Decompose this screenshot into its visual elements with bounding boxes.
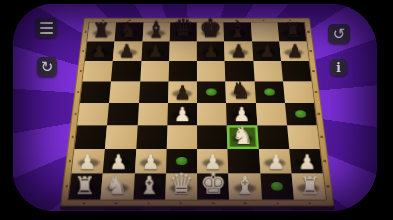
square-e7[interactable]: ♟ <box>197 41 225 61</box>
black-knight-f5[interactable]: ♞ <box>226 79 255 102</box>
piece-shadow <box>257 49 276 56</box>
square-e6[interactable] <box>197 61 226 82</box>
rotate-board-button[interactable]: ↻ <box>37 57 57 77</box>
frame-stud <box>276 202 279 204</box>
square-a4[interactable] <box>77 103 109 125</box>
piece-shadow <box>138 184 160 193</box>
piece-shadow <box>229 49 248 56</box>
frame-stud <box>84 31 87 33</box>
white-queen-d1[interactable]: ♛ <box>165 170 197 199</box>
square-g8[interactable] <box>250 23 279 42</box>
square-f8[interactable]: ♝ <box>224 23 252 42</box>
square-a8[interactable]: ♜ <box>87 23 116 42</box>
square-e2[interactable]: ♟ <box>197 149 228 174</box>
frame-stud <box>68 160 71 162</box>
square-f6[interactable] <box>225 61 254 82</box>
square-a7[interactable]: ♟ <box>85 41 115 61</box>
square-d5[interactable]: ♟ <box>168 82 197 103</box>
frame-stud <box>320 136 323 138</box>
frame-stud <box>102 20 104 22</box>
frame-stud <box>74 113 77 115</box>
frame-stud <box>323 160 326 162</box>
square-c7[interactable]: ♟ <box>141 41 170 61</box>
square-c5[interactable] <box>139 82 169 103</box>
piece-shadow <box>230 90 250 97</box>
piece-shadow <box>147 30 166 36</box>
legal-move-dot-h4[interactable] <box>295 110 307 117</box>
square-a2[interactable]: ♟ <box>72 149 106 174</box>
square-e5[interactable] <box>197 82 226 103</box>
frame-stud <box>182 20 184 22</box>
square-h3[interactable] <box>287 125 320 149</box>
piece-shadow <box>282 30 301 36</box>
board-frame: ♜♞♝♛♚♝♜♟♟♟♟♟♟♟♟♞♟♟♞♟♟♟♟♟♟♜♞♝♛♚♝♜ <box>60 18 335 207</box>
square-h7[interactable]: ♟ <box>279 41 309 61</box>
square-a1[interactable]: ♜ <box>69 174 103 200</box>
frame-stud <box>79 70 82 72</box>
piece-shadow <box>172 112 192 120</box>
piece-shadow <box>284 49 304 56</box>
frame-stud <box>307 31 310 33</box>
chess-board-grid: ♜♞♝♛♚♝♜♟♟♟♟♟♟♟♟♞♟♟♞♟♟♟♟♟♟♜♞♝♛♚♝♜ <box>69 23 326 200</box>
piece-shadow <box>201 30 220 36</box>
square-d8[interactable]: ♛ <box>169 23 196 42</box>
piece-shadow <box>202 184 224 193</box>
square-g6[interactable] <box>253 61 283 82</box>
white-pawn-f4[interactable]: ♟ <box>227 105 257 124</box>
frame-stud <box>209 20 211 22</box>
white-knight-b1[interactable]: ♞ <box>101 173 133 198</box>
square-h1[interactable]: ♜ <box>291 174 326 200</box>
info-button[interactable]: i <box>330 59 347 76</box>
piece-shadow <box>74 184 97 193</box>
square-c3[interactable] <box>136 125 167 149</box>
frame-stud <box>155 20 157 22</box>
frame-stud <box>308 202 311 204</box>
info-icon: i <box>336 62 341 74</box>
rotate-icon: ↻ <box>41 60 54 75</box>
phone-frame: ♜♞♝♛♚♝♜♟♟♟♟♟♟♟♟♞♟♟♞♟♟♟♟♟♟♜♞♝♛♚♝♜ ↻ ↺ i <box>0 0 393 220</box>
square-f1[interactable]: ♝ <box>229 174 262 200</box>
square-b2[interactable]: ♟ <box>103 149 136 174</box>
frame-stud <box>314 91 317 93</box>
legal-move-dot-g5[interactable] <box>264 89 275 96</box>
square-e1[interactable]: ♚ <box>197 174 229 200</box>
undo-button[interactable]: ↺ <box>328 24 350 44</box>
square-e8[interactable]: ♚ <box>197 23 224 42</box>
frame-stud <box>326 185 329 187</box>
frame-stud <box>82 50 85 52</box>
chess-board-3d: ♜♞♝♛♚♝♜♟♟♟♟♟♟♟♟♞♟♟♞♟♟♟♟♟♟♜♞♝♛♚♝♜ <box>60 18 335 207</box>
piece-shadow <box>297 184 320 193</box>
square-g3[interactable] <box>257 125 289 149</box>
square-b5[interactable] <box>109 82 140 103</box>
white-pawn-d4[interactable]: ♟ <box>167 105 197 124</box>
square-h2[interactable]: ♟ <box>289 149 323 174</box>
black-bishop-f8[interactable]: ♝ <box>224 19 251 41</box>
menu-button[interactable] <box>35 18 57 38</box>
square-c4[interactable] <box>137 103 168 125</box>
frame-stud <box>312 70 315 72</box>
square-d4[interactable]: ♟ <box>167 103 197 125</box>
piece-shadow <box>140 159 162 167</box>
square-f4[interactable]: ♟ <box>226 103 257 125</box>
square-d1[interactable]: ♛ <box>165 174 197 200</box>
piece-shadow <box>90 49 110 56</box>
frame-stud <box>289 20 291 22</box>
square-h6[interactable] <box>281 61 312 82</box>
square-h4[interactable] <box>285 103 317 125</box>
piece-shadow <box>118 49 137 56</box>
square-g4[interactable] <box>256 103 287 125</box>
piece-shadow <box>170 184 192 193</box>
frame-stud <box>115 202 118 204</box>
frame-stud <box>309 50 312 52</box>
square-d6[interactable] <box>168 61 197 82</box>
hamburger-icon <box>40 22 53 24</box>
piece-shadow <box>146 49 165 56</box>
piece-shadow <box>108 159 130 167</box>
square-a3[interactable] <box>75 125 108 149</box>
black-knight-b8[interactable]: ♞ <box>115 19 142 41</box>
square-b7[interactable]: ♟ <box>113 41 142 61</box>
square-c6[interactable] <box>140 61 169 82</box>
piece-shadow <box>228 30 247 36</box>
square-a6[interactable] <box>83 61 113 82</box>
frame-stud <box>82 202 85 204</box>
square-d2[interactable] <box>166 149 197 174</box>
square-e4[interactable] <box>197 103 227 125</box>
undo-icon: ↺ <box>333 27 346 42</box>
hamburger-icon <box>40 32 53 34</box>
square-g1[interactable] <box>260 174 294 200</box>
piece-shadow <box>92 30 111 36</box>
piece-shadow <box>232 135 253 143</box>
square-e3[interactable] <box>197 125 228 149</box>
frame-stud <box>179 202 182 204</box>
square-h5[interactable] <box>283 82 314 103</box>
square-h8[interactable]: ♜ <box>277 23 306 42</box>
frame-stud <box>212 202 215 204</box>
frame-stud <box>147 202 150 204</box>
piece-shadow <box>234 184 256 193</box>
frame-stud <box>235 20 237 22</box>
white-bishop-c1[interactable]: ♝ <box>133 173 165 198</box>
white-bishop-f1[interactable]: ♝ <box>229 173 261 198</box>
square-b4[interactable] <box>107 103 138 125</box>
square-g2[interactable]: ♟ <box>258 149 291 174</box>
frame-stud <box>317 113 320 115</box>
square-c2[interactable]: ♟ <box>134 149 166 174</box>
legal-move-dot-e5[interactable] <box>206 89 217 96</box>
square-f3[interactable]: ♞ <box>227 125 258 149</box>
piece-shadow <box>201 49 220 56</box>
square-b6[interactable] <box>111 61 141 82</box>
frame-stud <box>262 20 264 22</box>
hamburger-icon <box>40 27 53 29</box>
legal-move-dot-d2[interactable] <box>176 157 188 165</box>
square-d3[interactable] <box>166 125 197 149</box>
piece-shadow <box>77 159 99 167</box>
square-c8[interactable]: ♝ <box>142 23 170 42</box>
square-f7[interactable]: ♟ <box>224 41 253 61</box>
piece-shadow <box>202 159 223 167</box>
piece-shadow <box>119 30 138 36</box>
frame-stud <box>77 91 80 93</box>
square-g7[interactable]: ♟ <box>252 41 281 61</box>
square-f2[interactable] <box>228 149 260 174</box>
piece-shadow <box>174 30 193 36</box>
square-d7[interactable] <box>169 41 197 61</box>
square-f5[interactable]: ♞ <box>226 82 256 103</box>
board-scene: ♜♞♝♛♚♝♜♟♟♟♟♟♟♟♟♞♟♟♞♟♟♟♟♟♟♜♞♝♛♚♝♜ <box>13 4 377 211</box>
frame-stud <box>65 185 68 187</box>
legal-move-dot-g1[interactable] <box>270 182 283 191</box>
square-c1[interactable]: ♝ <box>133 174 166 200</box>
piece-shadow <box>173 90 193 97</box>
black-bishop-c8[interactable]: ♝ <box>142 19 169 41</box>
piece-shadow <box>264 159 286 167</box>
square-b1[interactable]: ♞ <box>101 174 135 200</box>
square-a5[interactable] <box>80 82 111 103</box>
square-b8[interactable]: ♞ <box>115 23 143 42</box>
piece-shadow <box>106 184 128 193</box>
square-g5[interactable] <box>254 82 285 103</box>
frame-stud <box>128 20 130 22</box>
square-b3[interactable] <box>105 125 137 149</box>
frame-stud <box>244 202 247 204</box>
piece-shadow <box>231 112 252 120</box>
piece-shadow <box>295 159 317 167</box>
frame-stud <box>71 136 74 138</box>
game-screen: ♜♞♝♛♚♝♜♟♟♟♟♟♟♟♟♞♟♟♞♟♟♟♟♟♟♜♞♝♛♚♝♜ ↻ ↺ i <box>13 4 377 211</box>
